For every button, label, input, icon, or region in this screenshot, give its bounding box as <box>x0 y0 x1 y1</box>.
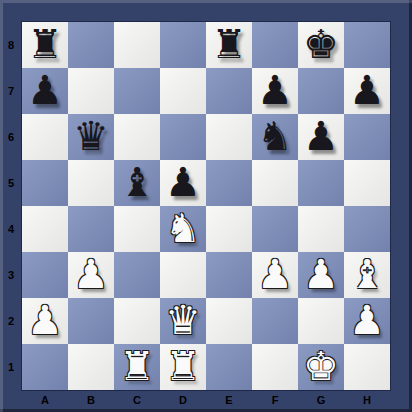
square-b1[interactable] <box>68 344 114 390</box>
square-g8[interactable]: ♚ <box>298 22 344 68</box>
square-b2[interactable] <box>68 298 114 344</box>
piece-black-pawn[interactable]: ♟ <box>27 70 63 110</box>
file-label-g: G <box>298 390 344 412</box>
square-e7[interactable] <box>206 68 252 114</box>
piece-black-pawn[interactable]: ♟ <box>257 70 293 110</box>
square-h6[interactable] <box>344 114 390 160</box>
square-c7[interactable] <box>114 68 160 114</box>
file-label-f: F <box>252 390 298 412</box>
square-d1[interactable]: ♜ <box>160 344 206 390</box>
square-a2[interactable]: ♟ <box>22 298 68 344</box>
square-g7[interactable] <box>298 68 344 114</box>
piece-black-bishop[interactable]: ♝ <box>119 162 155 202</box>
rank-label-7: 7 <box>0 68 22 114</box>
rank-label-6: 6 <box>0 114 22 160</box>
square-c1[interactable]: ♜ <box>114 344 160 390</box>
rank-label-4: 4 <box>0 206 22 252</box>
file-label-h: H <box>344 390 390 412</box>
piece-black-pawn[interactable]: ♟ <box>349 70 385 110</box>
square-d2[interactable]: ♛ <box>160 298 206 344</box>
file-label-b: B <box>68 390 114 412</box>
chess-board: 87654321 ABCDEFGH ♜♜♚♟♟♟♛♞♟♝♟♞♟♟♟♝♟♛♟♜♜♚ <box>0 0 412 412</box>
square-g3[interactable]: ♟ <box>298 252 344 298</box>
square-f5[interactable] <box>252 160 298 206</box>
square-g6[interactable]: ♟ <box>298 114 344 160</box>
file-label-c: C <box>114 390 160 412</box>
square-g1[interactable]: ♚ <box>298 344 344 390</box>
square-e5[interactable] <box>206 160 252 206</box>
square-b4[interactable] <box>68 206 114 252</box>
piece-white-pawn[interactable]: ♟ <box>257 254 293 294</box>
square-b3[interactable]: ♟ <box>68 252 114 298</box>
square-a6[interactable] <box>22 114 68 160</box>
square-g2[interactable] <box>298 298 344 344</box>
square-b8[interactable] <box>68 22 114 68</box>
piece-white-pawn[interactable]: ♟ <box>303 254 339 294</box>
square-b5[interactable] <box>68 160 114 206</box>
file-label-d: D <box>160 390 206 412</box>
square-c3[interactable] <box>114 252 160 298</box>
piece-black-knight[interactable]: ♞ <box>257 116 293 156</box>
piece-white-king[interactable]: ♚ <box>303 346 339 386</box>
square-c2[interactable] <box>114 298 160 344</box>
square-f3[interactable]: ♟ <box>252 252 298 298</box>
square-h5[interactable] <box>344 160 390 206</box>
square-c6[interactable] <box>114 114 160 160</box>
square-h8[interactable] <box>344 22 390 68</box>
rank-label-1: 1 <box>0 344 22 390</box>
square-d7[interactable] <box>160 68 206 114</box>
square-a3[interactable] <box>22 252 68 298</box>
square-h1[interactable] <box>344 344 390 390</box>
square-b7[interactable] <box>68 68 114 114</box>
square-f6[interactable]: ♞ <box>252 114 298 160</box>
piece-white-rook[interactable]: ♜ <box>119 346 155 386</box>
square-a8[interactable]: ♜ <box>22 22 68 68</box>
piece-black-king[interactable]: ♚ <box>303 24 339 64</box>
piece-black-rook[interactable]: ♜ <box>27 24 63 64</box>
piece-white-pawn[interactable]: ♟ <box>27 300 63 340</box>
piece-black-pawn[interactable]: ♟ <box>165 162 201 202</box>
square-a1[interactable] <box>22 344 68 390</box>
rank-label-2: 2 <box>0 298 22 344</box>
square-a7[interactable]: ♟ <box>22 68 68 114</box>
square-g4[interactable] <box>298 206 344 252</box>
piece-black-rook[interactable]: ♜ <box>211 24 247 64</box>
square-f1[interactable] <box>252 344 298 390</box>
square-h3[interactable]: ♝ <box>344 252 390 298</box>
square-h2[interactable]: ♟ <box>344 298 390 344</box>
rank-label-8: 8 <box>0 22 22 68</box>
square-f8[interactable] <box>252 22 298 68</box>
file-label-e: E <box>206 390 252 412</box>
square-f4[interactable] <box>252 206 298 252</box>
square-d5[interactable]: ♟ <box>160 160 206 206</box>
square-c8[interactable] <box>114 22 160 68</box>
square-f7[interactable]: ♟ <box>252 68 298 114</box>
square-d8[interactable] <box>160 22 206 68</box>
square-e4[interactable] <box>206 206 252 252</box>
rank-label-3: 3 <box>0 252 22 298</box>
square-e2[interactable] <box>206 298 252 344</box>
square-e1[interactable] <box>206 344 252 390</box>
piece-white-pawn[interactable]: ♟ <box>73 254 109 294</box>
file-label-a: A <box>22 390 68 412</box>
square-d4[interactable]: ♞ <box>160 206 206 252</box>
square-d3[interactable] <box>160 252 206 298</box>
square-a5[interactable] <box>22 160 68 206</box>
square-e6[interactable] <box>206 114 252 160</box>
square-h7[interactable]: ♟ <box>344 68 390 114</box>
square-b6[interactable]: ♛ <box>68 114 114 160</box>
piece-black-pawn[interactable]: ♟ <box>303 116 339 156</box>
piece-black-queen[interactable]: ♛ <box>73 116 109 156</box>
square-f2[interactable] <box>252 298 298 344</box>
piece-white-queen[interactable]: ♛ <box>165 300 201 340</box>
square-d6[interactable] <box>160 114 206 160</box>
square-e3[interactable] <box>206 252 252 298</box>
piece-white-rook[interactable]: ♜ <box>165 346 201 386</box>
rank-label-5: 5 <box>0 160 22 206</box>
square-e8[interactable]: ♜ <box>206 22 252 68</box>
square-c4[interactable] <box>114 206 160 252</box>
piece-white-bishop[interactable]: ♝ <box>349 254 385 294</box>
piece-white-knight[interactable]: ♞ <box>165 208 201 248</box>
square-g5[interactable] <box>298 160 344 206</box>
square-a4[interactable] <box>22 206 68 252</box>
square-h4[interactable] <box>344 206 390 252</box>
square-c5[interactable]: ♝ <box>114 160 160 206</box>
piece-white-pawn[interactable]: ♟ <box>349 300 385 340</box>
board-grid: ♜♜♚♟♟♟♛♞♟♝♟♞♟♟♟♝♟♛♟♜♜♚ <box>22 22 390 390</box>
